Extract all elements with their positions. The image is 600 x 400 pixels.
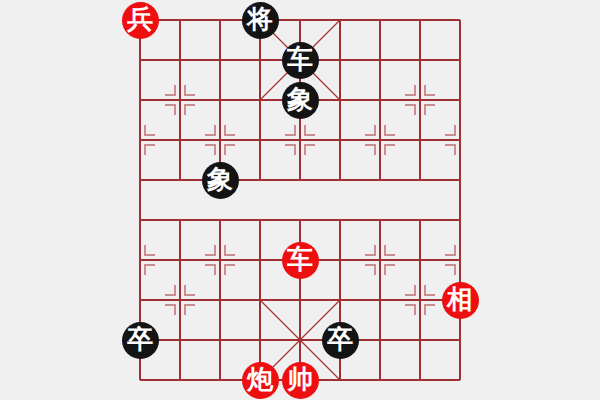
- piece-black-elephant[interactable]: 象: [282, 82, 319, 119]
- board-point: [120, 240, 160, 280]
- board-point: [280, 0, 320, 40]
- board-point: [440, 40, 480, 80]
- board-point: [400, 240, 440, 280]
- board-point: [360, 200, 400, 240]
- piece-black-chariot[interactable]: 车: [282, 42, 319, 79]
- board-point: 兵: [120, 0, 160, 40]
- board-point: [360, 80, 400, 120]
- board-point: [400, 0, 440, 40]
- board-point: [440, 0, 480, 40]
- board-point: 帅: [280, 360, 320, 400]
- board-point: [280, 200, 320, 240]
- board-point: [160, 320, 200, 360]
- board-point: [360, 40, 400, 80]
- board-point: [240, 120, 280, 160]
- board-point: [160, 0, 200, 40]
- board-point: [160, 280, 200, 320]
- board-point: [240, 240, 280, 280]
- piece-red-soldier[interactable]: 兵: [122, 2, 159, 39]
- board-point: [400, 80, 440, 120]
- board-point: [440, 80, 480, 120]
- board-point: [400, 360, 440, 400]
- board-point: [120, 80, 160, 120]
- board-point: [360, 280, 400, 320]
- board-point: [200, 360, 240, 400]
- board-point: [320, 240, 360, 280]
- piece-red-elephant[interactable]: 相: [442, 282, 479, 319]
- board-point: [400, 320, 440, 360]
- board-point: [360, 0, 400, 40]
- board-point: [280, 280, 320, 320]
- board-point: [200, 200, 240, 240]
- board-point: [440, 240, 480, 280]
- board-point: [280, 320, 320, 360]
- board-point: [360, 160, 400, 200]
- board-point: [280, 160, 320, 200]
- board-point: 将: [240, 0, 280, 40]
- board-point: [440, 200, 480, 240]
- board-point: [160, 200, 200, 240]
- board-point: 相: [440, 280, 480, 320]
- board-point: [320, 120, 360, 160]
- piece-red-general[interactable]: 帅: [282, 362, 319, 399]
- board-point: [240, 200, 280, 240]
- board-point: [120, 360, 160, 400]
- board-point: [160, 240, 200, 280]
- board-point: [240, 280, 280, 320]
- board-point: [120, 120, 160, 160]
- board-point: [200, 240, 240, 280]
- board-point: [160, 40, 200, 80]
- board-point: 炮: [240, 360, 280, 400]
- board-point: [240, 80, 280, 120]
- board-point: [200, 40, 240, 80]
- board-point: [320, 0, 360, 40]
- board-point: 象: [280, 80, 320, 120]
- board-point: [320, 160, 360, 200]
- board-point: [120, 200, 160, 240]
- board-point: [160, 80, 200, 120]
- board-point: [400, 120, 440, 160]
- board-point: 车: [280, 40, 320, 80]
- piece-red-cannon[interactable]: 炮: [242, 362, 279, 399]
- board-point: [320, 40, 360, 80]
- board-point: [440, 160, 480, 200]
- board-point: [360, 320, 400, 360]
- board-point: [200, 80, 240, 120]
- board-point: 车: [280, 240, 320, 280]
- board-point: [200, 320, 240, 360]
- board-point: [200, 280, 240, 320]
- board-point: [360, 240, 400, 280]
- board-point: [240, 160, 280, 200]
- board-point: [160, 120, 200, 160]
- board-point: [400, 280, 440, 320]
- board-point: [320, 200, 360, 240]
- board-point: [400, 160, 440, 200]
- board-point: [360, 120, 400, 160]
- board-point: [200, 0, 240, 40]
- board-point: [160, 360, 200, 400]
- board-point: [240, 40, 280, 80]
- board-point: [160, 160, 200, 200]
- board-point: [320, 80, 360, 120]
- board-point: [360, 360, 400, 400]
- piece-red-chariot[interactable]: 车: [282, 242, 319, 279]
- board-point: [400, 200, 440, 240]
- board-point: [120, 160, 160, 200]
- board-point: [200, 120, 240, 160]
- xiangqi-board[interactable]: 兵将车象象车相卒卒炮帅: [120, 0, 480, 400]
- board-point: [120, 280, 160, 320]
- board-point: [240, 320, 280, 360]
- piece-black-soldier[interactable]: 卒: [322, 322, 359, 359]
- board-point: [280, 120, 320, 160]
- piece-black-elephant[interactable]: 象: [202, 162, 239, 199]
- board-point: 卒: [120, 320, 160, 360]
- board-point: [120, 40, 160, 80]
- board-point: 象: [200, 160, 240, 200]
- board-point: [400, 40, 440, 80]
- board-point: [440, 120, 480, 160]
- board-point: [320, 280, 360, 320]
- piece-black-general[interactable]: 将: [242, 2, 279, 39]
- board-point: [440, 320, 480, 360]
- piece-black-soldier[interactable]: 卒: [122, 322, 159, 359]
- board-point: [320, 360, 360, 400]
- xiangqi-diagram: 兵将车象象车相卒卒炮帅: [0, 0, 600, 400]
- board-point: [440, 360, 480, 400]
- board-point: 卒: [320, 320, 360, 360]
